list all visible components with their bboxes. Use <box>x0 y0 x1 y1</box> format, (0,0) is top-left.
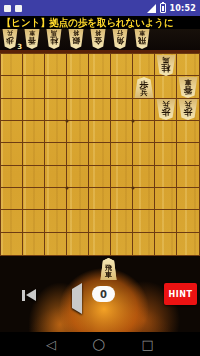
star-point <box>131 186 134 189</box>
board-square-1-9[interactable] <box>177 233 199 255</box>
board-square-3-4[interactable] <box>133 121 155 143</box>
board-square-9-1[interactable] <box>1 54 23 76</box>
board-square-8-6[interactable] <box>23 166 45 188</box>
star-point <box>65 186 68 189</box>
board-square-4-8[interactable] <box>111 210 133 232</box>
board-square-2-5[interactable] <box>155 143 177 165</box>
board-square-9-8[interactable] <box>1 210 23 232</box>
board-square-4-6[interactable] <box>111 166 133 188</box>
move-counter: 0 <box>92 286 115 302</box>
hint-bar: 【ヒント】拠点の歩を取られないように <box>0 16 200 29</box>
board-square-7-4[interactable] <box>45 121 67 143</box>
battery-icon <box>160 3 166 13</box>
board-square-1-5[interactable] <box>177 143 199 165</box>
board-square-8-2[interactable] <box>23 76 45 98</box>
board-square-4-9[interactable] <box>111 233 133 255</box>
board-square-8-7[interactable] <box>23 188 45 210</box>
board-square-5-3[interactable] <box>89 99 111 121</box>
notification-icon <box>4 5 11 12</box>
tray-piece-飛[interactable]: 飛車 <box>134 29 152 50</box>
previous-move-button[interactable] <box>72 289 82 308</box>
decor-piece-飛車: 飛車 <box>100 258 117 280</box>
tray-piece-桂[interactable]: 桂馬 <box>46 29 64 50</box>
board-square-4-5[interactable] <box>111 143 133 165</box>
board-square-7-2[interactable] <box>45 76 67 98</box>
board-square-7-3[interactable] <box>45 99 67 121</box>
board-square-5-6[interactable] <box>89 166 111 188</box>
board-square-9-9[interactable] <box>1 233 23 255</box>
board-square-7-7[interactable] <box>45 188 67 210</box>
board-square-8-5[interactable] <box>23 143 45 165</box>
board-square-6-8[interactable] <box>67 210 89 232</box>
captured-piece-tray: 歩兵3香車桂馬銀将金将角行飛車 <box>0 29 200 50</box>
board-square-4-1[interactable] <box>111 54 133 76</box>
board-square-9-7[interactable] <box>1 188 23 210</box>
board-square-9-3[interactable] <box>1 99 23 121</box>
tray-piece-金[interactable]: 金将 <box>90 29 108 50</box>
board-square-2-9[interactable] <box>155 233 177 255</box>
board-square-9-2[interactable] <box>1 76 23 98</box>
signal-icon <box>147 4 156 13</box>
board-square-6-3[interactable] <box>67 99 89 121</box>
status-bar: 10:52 <box>0 0 200 16</box>
board-square-1-8[interactable] <box>177 210 199 232</box>
hint-text: 【ヒント】拠点の歩を取られないように <box>0 16 174 29</box>
board-square-8-9[interactable] <box>23 233 45 255</box>
skip-start-icon <box>26 289 36 301</box>
board-square-5-2[interactable] <box>89 76 111 98</box>
board-square-3-9[interactable] <box>133 233 155 255</box>
tray-piece-銀[interactable]: 銀将 <box>68 29 86 50</box>
star-point <box>131 119 134 122</box>
board-square-5-4[interactable] <box>89 121 111 143</box>
board-square-2-2[interactable] <box>155 76 177 98</box>
hint-button[interactable]: HINT <box>164 283 197 305</box>
notification-icons <box>4 5 22 12</box>
board-square-4-2[interactable] <box>111 76 133 98</box>
board-square-4-4[interactable] <box>111 121 133 143</box>
board-square-8-8[interactable] <box>23 210 45 232</box>
board-square-5-9[interactable] <box>89 233 111 255</box>
home-icon[interactable]: ○ <box>92 337 105 352</box>
board-square-6-4[interactable] <box>67 121 89 143</box>
board-square-3-7[interactable] <box>133 188 155 210</box>
board-square-8-3[interactable] <box>23 99 45 121</box>
board-square-4-3[interactable] <box>111 99 133 121</box>
tray-piece-歩[interactable]: 歩兵3 <box>2 29 20 50</box>
recents-icon[interactable]: □ <box>142 338 154 351</box>
board-square-2-4[interactable] <box>155 121 177 143</box>
board-square-5-8[interactable] <box>89 210 111 232</box>
star-point <box>65 119 68 122</box>
board-square-8-4[interactable] <box>23 121 45 143</box>
board-square-2-6[interactable] <box>155 166 177 188</box>
flame-background: 角行飛車 0 HINT <box>0 256 200 332</box>
board-square-3-3[interactable] <box>133 99 155 121</box>
board-square-1-1[interactable] <box>177 54 199 76</box>
board-square-7-1[interactable] <box>45 54 67 76</box>
prev-arrow-icon <box>72 283 82 314</box>
board-square-5-5[interactable] <box>89 143 111 165</box>
board-square-6-9[interactable] <box>67 233 89 255</box>
board-square-1-7[interactable] <box>177 188 199 210</box>
first-move-button[interactable] <box>22 289 36 301</box>
board-square-6-7[interactable] <box>67 188 89 210</box>
board-square-3-6[interactable] <box>133 166 155 188</box>
control-bar: 0 HINT <box>0 282 200 310</box>
board-square-9-6[interactable] <box>1 166 23 188</box>
board-square-9-5[interactable] <box>1 143 23 165</box>
board-square-6-6[interactable] <box>67 166 89 188</box>
tray-piece-count: 3 <box>17 43 22 51</box>
android-nav-bar: ◁ ○ □ <box>0 332 200 356</box>
board-square-1-6[interactable] <box>177 166 199 188</box>
board-square-6-2[interactable] <box>67 76 89 98</box>
board-square-7-5[interactable] <box>45 143 67 165</box>
notification-icon <box>15 5 22 12</box>
board-square-1-4[interactable] <box>177 121 199 143</box>
back-icon[interactable]: ◁ <box>46 338 56 351</box>
board-square-6-1[interactable] <box>67 54 89 76</box>
board-square-3-1[interactable] <box>133 54 155 76</box>
board-square-8-1[interactable] <box>23 54 45 76</box>
board-square-2-8[interactable] <box>155 210 177 232</box>
board-square-2-7[interactable] <box>155 188 177 210</box>
board-square-5-1[interactable] <box>89 54 111 76</box>
board-square-7-6[interactable] <box>45 166 67 188</box>
clock: 10:52 <box>170 4 196 13</box>
tray-piece-角[interactable]: 角行 <box>112 29 130 50</box>
board-square-7-9[interactable] <box>45 233 67 255</box>
board-square-9-4[interactable] <box>1 121 23 143</box>
shogi-board: 桂馬香車歩兵歩兵歩兵 <box>0 53 200 256</box>
board-square-7-8[interactable] <box>45 210 67 232</box>
board-square-5-7[interactable] <box>89 188 111 210</box>
phone-screen: 10:52 【ヒント】拠点の歩を取られないように 歩兵3香車桂馬銀将金将角行飛車… <box>0 0 200 356</box>
board-square-6-5[interactable] <box>67 143 89 165</box>
board-square-3-8[interactable] <box>133 210 155 232</box>
board-square-4-7[interactable] <box>111 188 133 210</box>
board-square-3-5[interactable] <box>133 143 155 165</box>
tray-piece-香[interactable]: 香車 <box>24 29 42 50</box>
